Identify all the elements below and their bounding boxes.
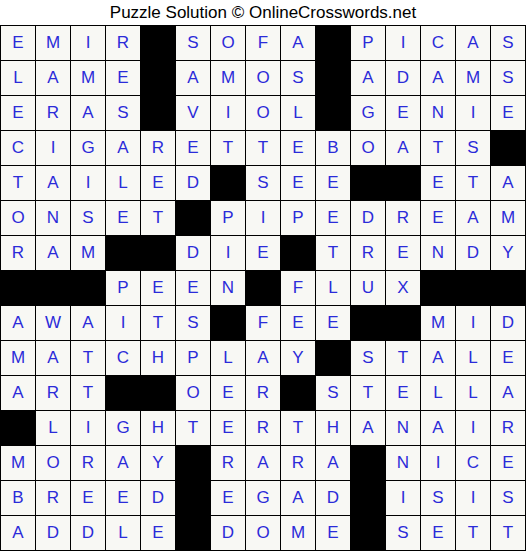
letter-cell: H [141,341,175,375]
black-cell [141,61,175,95]
letter-cell: D [351,201,385,235]
letter-cell: R [281,446,315,480]
letter-cell: A [421,341,455,375]
letter-cell: M [281,516,315,550]
letter-cell: R [106,26,140,60]
black-cell [141,376,175,410]
letter-cell: A [106,131,140,165]
letter-cell: A [246,446,280,480]
letter-cell: E [211,411,245,445]
letter-cell: U [351,271,385,305]
black-cell [316,61,350,95]
letter-cell: A [281,481,315,515]
letter-cell: D [316,481,350,515]
letter-cell: C [106,341,140,375]
letter-cell: A [36,166,70,200]
letter-cell: A [351,411,385,445]
letter-cell: E [316,166,350,200]
letter-cell: O [211,26,245,60]
letter-cell: Y [491,236,525,270]
letter-cell: C [456,446,490,480]
letter-cell: S [281,61,315,95]
letter-cell: S [176,306,210,340]
letter-cell: P [211,201,245,235]
letter-cell: E [491,96,525,130]
letter-cell: D [36,516,70,550]
letter-cell: T [491,516,525,550]
black-cell [71,271,105,305]
letter-cell: M [1,341,35,375]
letter-cell: D [176,236,210,270]
letter-cell: A [351,61,385,95]
letter-cell: T [246,131,280,165]
black-cell [176,516,210,550]
puzzle-title: Puzzle Solution © OnlineCrosswords.net [0,0,526,25]
letter-cell: V [176,96,210,130]
black-cell [491,271,525,305]
letter-cell: E [246,236,280,270]
letter-cell: W [36,306,70,340]
letter-cell: D [491,306,525,340]
black-cell [351,516,385,550]
letter-cell: T [386,341,420,375]
letter-cell: I [246,201,280,235]
black-cell [176,201,210,235]
letter-cell: I [36,131,70,165]
black-cell [316,26,350,60]
letter-cell: E [281,306,315,340]
letter-cell: A [316,446,350,480]
black-cell [386,306,420,340]
letter-cell: N [386,446,420,480]
letter-cell: S [421,481,455,515]
letter-cell: G [246,481,280,515]
letter-cell: G [351,96,385,130]
letter-cell: L [1,61,35,95]
letter-cell: A [246,341,280,375]
letter-cell: R [36,96,70,130]
letter-cell: O [36,446,70,480]
letter-cell: H [316,411,350,445]
letter-cell: E [281,166,315,200]
black-cell [141,236,175,270]
letter-cell: I [456,481,490,515]
letter-cell: E [211,376,245,410]
letter-cell: P [281,201,315,235]
letter-cell: I [386,26,420,60]
letter-cell: N [421,96,455,130]
letter-cell: F [281,271,315,305]
letter-cell: R [246,411,280,445]
letter-cell: A [71,96,105,130]
letter-cell: E [106,61,140,95]
letter-cell: P [106,271,140,305]
letter-cell: A [71,306,105,340]
black-cell [351,446,385,480]
letter-cell: A [491,166,525,200]
letter-cell: I [71,166,105,200]
letter-cell: E [71,481,105,515]
letter-cell: T [1,166,35,200]
letter-cell: L [106,516,140,550]
letter-cell: E [316,201,350,235]
letter-cell: S [456,131,490,165]
letter-cell: E [141,516,175,550]
black-cell [1,271,35,305]
black-cell [141,96,175,130]
letter-cell: M [421,306,455,340]
letter-cell: M [456,61,490,95]
letter-cell: L [281,96,315,130]
black-cell [106,376,140,410]
letter-cell: P [351,26,385,60]
letter-cell: E [386,376,420,410]
letter-cell: S [106,96,140,130]
letter-cell: E [421,201,455,235]
black-cell [316,341,350,375]
letter-cell: Y [141,446,175,480]
letter-cell: T [351,376,385,410]
letter-cell: G [106,411,140,445]
letter-cell: L [421,376,455,410]
letter-cell: R [491,411,525,445]
letter-cell: T [421,131,455,165]
black-cell [456,271,490,305]
letter-cell: E [211,481,245,515]
letter-cell: T [141,306,175,340]
letter-cell: L [211,341,245,375]
letter-cell: S [386,516,420,550]
letter-cell: A [281,26,315,60]
black-cell [246,271,280,305]
letter-cell: E [1,96,35,130]
letter-cell: R [71,446,105,480]
letter-cell: A [36,236,70,270]
letter-cell: L [106,166,140,200]
letter-cell: D [176,166,210,200]
letter-cell: A [491,376,525,410]
letter-cell: L [316,271,350,305]
letter-cell: O [246,96,280,130]
letter-cell: T [281,411,315,445]
letter-cell: O [351,131,385,165]
letter-cell: E [316,516,350,550]
letter-cell: Y [281,341,315,375]
letter-cell: O [246,61,280,95]
letter-cell: L [456,376,490,410]
letter-cell: P [176,341,210,375]
letter-cell: O [176,376,210,410]
crossword-grid: EMIRSOFAPICASLAMEAMOSADAMSERASVIOLGENIEC… [0,25,526,551]
letter-cell: I [456,411,490,445]
letter-cell: S [491,481,525,515]
letter-cell: E [421,516,455,550]
letter-cell: I [456,96,490,130]
letter-cell: I [71,411,105,445]
letter-cell: R [36,481,70,515]
letter-cell: T [71,376,105,410]
letter-cell: D [141,481,175,515]
letter-cell: N [36,201,70,235]
black-cell [386,166,420,200]
letter-cell: A [421,411,455,445]
black-cell [211,306,245,340]
black-cell [491,131,525,165]
letter-cell: R [386,201,420,235]
black-cell [36,271,70,305]
letter-cell: A [456,26,490,60]
letter-cell: M [1,446,35,480]
letter-cell: R [141,131,175,165]
letter-cell: E [281,131,315,165]
letter-cell: A [1,306,35,340]
letter-cell: E [386,96,420,130]
black-cell [316,96,350,130]
letter-cell: A [386,131,420,165]
letter-cell: E [106,481,140,515]
black-cell [351,306,385,340]
letter-cell: E [316,306,350,340]
letter-cell: I [456,306,490,340]
letter-cell: O [1,201,35,235]
letter-cell: I [211,236,245,270]
black-cell [1,411,35,445]
black-cell [211,166,245,200]
letter-cell: A [106,446,140,480]
letter-cell: I [386,481,420,515]
letter-cell: D [386,61,420,95]
letter-cell: E [491,341,525,375]
letter-cell: M [36,26,70,60]
letter-cell: X [386,271,420,305]
letter-cell: R [351,236,385,270]
black-cell [106,236,140,270]
letter-cell: D [71,516,105,550]
letter-cell: T [211,131,245,165]
letter-cell: B [316,131,350,165]
letter-cell: T [456,516,490,550]
letter-cell: D [211,516,245,550]
letter-cell: S [491,61,525,95]
letter-cell: N [421,236,455,270]
letter-cell: S [71,201,105,235]
letter-cell: M [491,201,525,235]
letter-cell: N [211,271,245,305]
letter-cell: R [1,236,35,270]
letter-cell: R [211,446,245,480]
letter-cell: T [456,166,490,200]
letter-cell: R [36,376,70,410]
letter-cell: I [211,96,245,130]
letter-cell: E [141,166,175,200]
letter-cell: M [71,61,105,95]
letter-cell: S [316,376,350,410]
letter-cell: E [176,131,210,165]
letter-cell: I [106,306,140,340]
black-cell [281,376,315,410]
black-cell [141,26,175,60]
letter-cell: B [1,481,35,515]
letter-cell: I [421,446,455,480]
letter-cell: C [1,131,35,165]
letter-cell: M [71,236,105,270]
black-cell [176,481,210,515]
letter-cell: F [246,26,280,60]
letter-cell: O [246,516,280,550]
letter-cell: N [386,411,420,445]
black-cell [351,481,385,515]
letter-cell: A [36,341,70,375]
letter-cell: A [456,201,490,235]
letter-cell: F [246,306,280,340]
letter-cell: I [71,26,105,60]
letter-cell: E [491,446,525,480]
letter-cell: T [71,341,105,375]
letter-cell: H [141,411,175,445]
letter-cell: A [36,61,70,95]
letter-cell: M [211,61,245,95]
letter-cell: A [176,61,210,95]
letter-cell: G [71,131,105,165]
letter-cell: R [246,376,280,410]
letter-cell: T [176,411,210,445]
letter-cell: C [421,26,455,60]
letter-cell: A [1,516,35,550]
letter-cell: A [1,376,35,410]
letter-cell: S [491,26,525,60]
letter-cell: L [36,411,70,445]
black-cell [176,446,210,480]
letter-cell: E [386,236,420,270]
letter-cell: D [456,236,490,270]
letter-cell: T [141,201,175,235]
letter-cell: S [176,26,210,60]
letter-cell: L [456,341,490,375]
letter-cell: E [421,166,455,200]
letter-cell: E [176,271,210,305]
letter-cell: E [141,271,175,305]
black-cell [421,271,455,305]
letter-cell: S [351,341,385,375]
letter-cell: E [1,26,35,60]
letter-cell: E [106,201,140,235]
letter-cell: A [421,61,455,95]
letter-cell: S [246,166,280,200]
black-cell [281,236,315,270]
letter-cell: T [316,236,350,270]
black-cell [351,166,385,200]
